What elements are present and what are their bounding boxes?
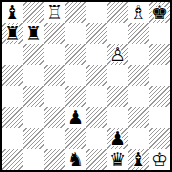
piece-white-king: ♔ [149,149,170,170]
piece-black-king: ♚ [149,2,170,23]
square-b1[interactable] [23,149,44,170]
square-d7[interactable] [65,23,86,44]
square-h7[interactable] [149,23,170,44]
square-g8[interactable]: ♝♗ [128,2,149,23]
piece-black-bishop: ♝ [2,2,23,23]
piece-white-pawn: ♙ [107,44,128,65]
square-h8[interactable]: ♚♚ [149,2,170,23]
square-h5[interactable] [149,65,170,86]
square-g1[interactable]: ♝♝ [128,149,149,170]
square-e7[interactable] [86,23,107,44]
piece-halo: ♝ [2,2,23,23]
piece-halo: ♟ [107,44,128,65]
square-a3[interactable] [2,107,23,128]
square-d2[interactable] [65,128,86,149]
square-e1[interactable] [86,149,107,170]
piece-halo: ♝ [128,2,149,23]
square-b6[interactable] [23,44,44,65]
piece-halo: ♜ [44,2,65,23]
piece-halo: ♜ [2,23,23,44]
square-f8[interactable] [107,2,128,23]
piece-halo: ♞ [65,149,86,170]
piece-halo: ♛ [107,149,128,170]
square-g7[interactable] [128,23,149,44]
square-h2[interactable] [149,128,170,149]
square-e4[interactable] [86,86,107,107]
square-e8[interactable] [86,2,107,23]
square-f3[interactable] [107,107,128,128]
square-b7[interactable]: ♜♜ [23,23,44,44]
square-c2[interactable] [44,128,65,149]
square-b2[interactable] [23,128,44,149]
square-d8[interactable] [65,2,86,23]
square-c6[interactable] [44,44,65,65]
square-a6[interactable] [2,44,23,65]
piece-halo: ♜ [23,23,44,44]
square-a2[interactable] [2,128,23,149]
square-h1[interactable]: ♚♔ [149,149,170,170]
piece-halo: ♝ [128,149,149,170]
piece-black-rook: ♜ [23,23,44,44]
square-h6[interactable] [149,44,170,65]
square-g5[interactable] [128,65,149,86]
square-f7[interactable] [107,23,128,44]
piece-white-bishop: ♗ [128,2,149,23]
square-e2[interactable] [86,128,107,149]
square-e5[interactable] [86,65,107,86]
square-h3[interactable] [149,107,170,128]
piece-halo: ♚ [149,149,170,170]
piece-halo: ♟ [107,128,128,149]
square-a4[interactable] [2,86,23,107]
square-g4[interactable] [128,86,149,107]
square-b3[interactable] [23,107,44,128]
square-f6[interactable]: ♟♙ [107,44,128,65]
piece-halo: ♟ [65,107,86,128]
square-a8[interactable]: ♝♝ [2,2,23,23]
square-d5[interactable] [65,65,86,86]
square-c3[interactable] [44,107,65,128]
piece-halo: ♚ [149,2,170,23]
piece-black-knight: ♞ [65,149,86,170]
square-c8[interactable]: ♜♖ [44,2,65,23]
square-g3[interactable] [128,107,149,128]
square-c5[interactable] [44,65,65,86]
square-e3[interactable] [86,107,107,128]
chess-board: ♝♝♜♖♝♗♚♚♜♜♜♜♟♙♟♟♟♟♞♞♛♛♝♝♚♔ [0,0,172,172]
square-f4[interactable] [107,86,128,107]
square-c4[interactable] [44,86,65,107]
square-d1[interactable]: ♞♞ [65,149,86,170]
square-a7[interactable]: ♜♜ [2,23,23,44]
square-f2[interactable]: ♟♟ [107,128,128,149]
piece-black-bishop: ♝ [128,149,149,170]
square-a5[interactable] [2,65,23,86]
piece-black-rook: ♜ [2,23,23,44]
square-h4[interactable] [149,86,170,107]
piece-white-rook: ♖ [44,2,65,23]
square-b5[interactable] [23,65,44,86]
piece-black-queen: ♛ [107,149,128,170]
piece-black-pawn: ♟ [107,128,128,149]
square-a1[interactable] [2,149,23,170]
square-b4[interactable] [23,86,44,107]
square-d3[interactable]: ♟♟ [65,107,86,128]
square-e6[interactable] [86,44,107,65]
square-c7[interactable] [44,23,65,44]
square-g2[interactable] [128,128,149,149]
square-f5[interactable] [107,65,128,86]
square-d4[interactable] [65,86,86,107]
square-c1[interactable] [44,149,65,170]
square-d6[interactable] [65,44,86,65]
piece-black-pawn: ♟ [65,107,86,128]
square-b8[interactable] [23,2,44,23]
square-g6[interactable] [128,44,149,65]
square-f1[interactable]: ♛♛ [107,149,128,170]
